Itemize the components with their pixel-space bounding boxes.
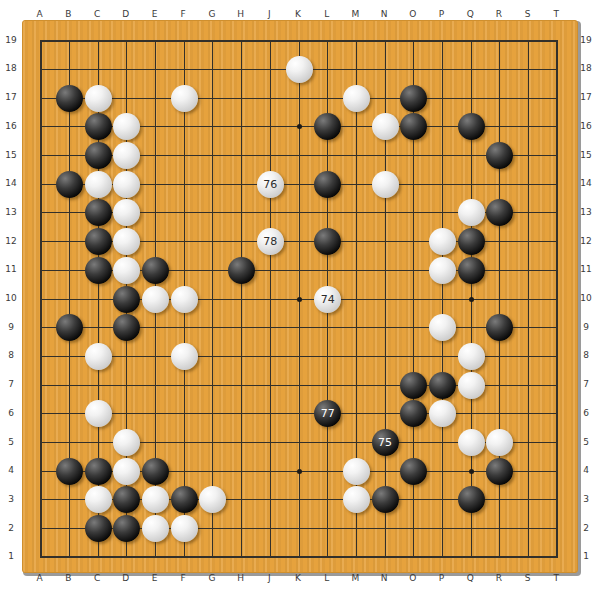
white-stone-M4 — [343, 458, 370, 485]
white-stone-D11 — [113, 257, 140, 284]
coord-label-top-T: T — [545, 8, 567, 20]
black-stone-C4 — [85, 458, 112, 485]
black-stone-Q11 — [458, 257, 485, 284]
black-stone-P7 — [429, 372, 456, 399]
coord-label-left-13: 13 — [0, 206, 22, 218]
black-stone-C15 — [85, 142, 112, 169]
coord-label-left-4: 4 — [0, 464, 22, 476]
coord-label-left-3: 3 — [0, 493, 22, 505]
white-stone-L10-move-74: 74 — [314, 286, 341, 313]
black-stone-B17 — [56, 85, 83, 112]
white-stone-C3 — [85, 486, 112, 513]
coord-label-left-5: 5 — [0, 436, 22, 448]
white-stone-P9 — [429, 314, 456, 341]
coord-label-left-15: 15 — [0, 149, 22, 161]
coord-label-top-E: E — [144, 8, 166, 20]
black-stone-L14 — [314, 171, 341, 198]
black-stone-C11 — [85, 257, 112, 284]
white-stone-D14 — [113, 171, 140, 198]
black-stone-C13 — [85, 199, 112, 226]
coord-label-bottom-L: L — [316, 572, 338, 584]
white-stone-N14 — [372, 171, 399, 198]
coord-label-left-6: 6 — [0, 407, 22, 419]
black-stone-O17 — [400, 85, 427, 112]
coord-label-top-H: H — [230, 8, 252, 20]
star-point-K10 — [297, 297, 302, 302]
coord-label-bottom-Q: Q — [459, 572, 481, 584]
white-stone-P11 — [429, 257, 456, 284]
coord-label-left-18: 18 — [0, 62, 22, 74]
coord-label-right-15: 15 — [575, 149, 597, 161]
coord-label-top-G: G — [201, 8, 223, 20]
coord-label-right-12: 12 — [575, 235, 597, 247]
coord-label-right-10: 10 — [575, 292, 597, 304]
coord-label-left-14: 14 — [0, 177, 22, 189]
white-stone-F17 — [171, 85, 198, 112]
white-stone-C6 — [85, 400, 112, 427]
black-stone-N5-move-75: 75 — [372, 429, 399, 456]
black-stone-E11 — [142, 257, 169, 284]
coord-label-top-O: O — [402, 8, 424, 20]
black-stone-O4 — [400, 458, 427, 485]
coord-label-left-11: 11 — [0, 263, 22, 275]
coord-label-right-4: 4 — [575, 464, 597, 476]
coord-label-right-8: 8 — [575, 349, 597, 361]
star-point-Q10 — [469, 297, 474, 302]
coord-label-left-1: 1 — [0, 550, 22, 562]
coord-label-left-8: 8 — [0, 349, 22, 361]
black-stone-B4 — [56, 458, 83, 485]
go-diagram-screenshot: { "game": "go", "title": "Go game diagra… — [0, 0, 600, 600]
white-stone-E2 — [142, 515, 169, 542]
black-stone-O7 — [400, 372, 427, 399]
coord-label-top-A: A — [29, 8, 51, 20]
coord-label-bottom-G: G — [201, 572, 223, 584]
white-stone-F2 — [171, 515, 198, 542]
coord-label-left-12: 12 — [0, 235, 22, 247]
coord-label-bottom-J: J — [258, 572, 280, 584]
white-stone-Q13 — [458, 199, 485, 226]
white-stone-J12-move-78: 78 — [257, 228, 284, 255]
coord-label-top-Q: Q — [459, 8, 481, 20]
coord-label-right-2: 2 — [575, 522, 597, 534]
black-stone-Q16 — [458, 113, 485, 140]
coord-label-top-P: P — [431, 8, 453, 20]
white-stone-F10 — [171, 286, 198, 313]
coord-label-bottom-R: R — [488, 572, 510, 584]
white-stone-N16 — [372, 113, 399, 140]
coord-label-bottom-F: F — [172, 572, 194, 584]
coord-label-left-16: 16 — [0, 120, 22, 132]
black-stone-C12 — [85, 228, 112, 255]
coord-label-right-14: 14 — [575, 177, 597, 189]
coord-label-bottom-S: S — [517, 572, 539, 584]
coord-label-bottom-C: C — [86, 572, 108, 584]
coord-label-right-6: 6 — [575, 407, 597, 419]
coord-label-bottom-O: O — [402, 572, 424, 584]
white-stone-P12 — [429, 228, 456, 255]
white-stone-Q7 — [458, 372, 485, 399]
white-stone-M17 — [343, 85, 370, 112]
coord-label-top-R: R — [488, 8, 510, 20]
coord-label-top-N: N — [373, 8, 395, 20]
star-point-K16 — [297, 124, 302, 129]
star-point-K4 — [297, 469, 302, 474]
coord-label-bottom-D: D — [115, 572, 137, 584]
white-stone-Q8 — [458, 343, 485, 370]
white-stone-D4 — [113, 458, 140, 485]
coord-label-top-C: C — [86, 8, 108, 20]
star-point-Q4 — [469, 469, 474, 474]
black-stone-C16 — [85, 113, 112, 140]
coord-label-left-10: 10 — [0, 292, 22, 304]
black-stone-N3 — [372, 486, 399, 513]
black-stone-R4 — [486, 458, 513, 485]
coord-label-bottom-K: K — [287, 572, 309, 584]
white-stone-C17 — [85, 85, 112, 112]
black-stone-Q12 — [458, 228, 485, 255]
coord-label-top-M: M — [344, 8, 366, 20]
coord-label-right-1: 1 — [575, 550, 597, 562]
white-stone-E10 — [142, 286, 169, 313]
coord-label-right-5: 5 — [575, 436, 597, 448]
coord-label-top-S: S — [517, 8, 539, 20]
coord-label-left-19: 19 — [0, 34, 22, 46]
coord-label-top-L: L — [316, 8, 338, 20]
coord-label-left-17: 17 — [0, 91, 22, 103]
black-stone-B14 — [56, 171, 83, 198]
black-stone-E4 — [142, 458, 169, 485]
coord-label-bottom-A: A — [29, 572, 51, 584]
coord-label-bottom-E: E — [144, 572, 166, 584]
coord-label-top-J: J — [258, 8, 280, 20]
coord-label-left-7: 7 — [0, 378, 22, 390]
coord-label-right-7: 7 — [575, 378, 597, 390]
coord-label-top-K: K — [287, 8, 309, 20]
coord-label-bottom-T: T — [545, 572, 567, 584]
black-stone-Q3 — [458, 486, 485, 513]
coord-label-left-9: 9 — [0, 321, 22, 333]
coord-label-right-17: 17 — [575, 91, 597, 103]
white-stone-Q5 — [458, 429, 485, 456]
coord-label-top-B: B — [57, 8, 79, 20]
coord-label-bottom-H: H — [230, 572, 252, 584]
white-stone-J14-move-76: 76 — [257, 171, 284, 198]
coord-label-right-18: 18 — [575, 62, 597, 74]
coord-label-right-13: 13 — [575, 206, 597, 218]
black-stone-H11 — [228, 257, 255, 284]
coord-label-top-F: F — [172, 8, 194, 20]
go-board[interactable]: 7775767874 — [22, 20, 578, 573]
coord-label-left-2: 2 — [0, 522, 22, 534]
coord-label-bottom-B: B — [57, 572, 79, 584]
white-stone-C14 — [85, 171, 112, 198]
grid-line-vertical-S — [528, 41, 529, 558]
black-stone-D10 — [113, 286, 140, 313]
coord-label-right-16: 16 — [575, 120, 597, 132]
white-stone-C8 — [85, 343, 112, 370]
coord-label-bottom-M: M — [344, 572, 366, 584]
coord-label-right-11: 11 — [575, 263, 597, 275]
grid-line-horizontal-6 — [41, 413, 558, 414]
black-stone-B9 — [56, 314, 83, 341]
white-stone-K18 — [286, 56, 313, 83]
coord-label-right-3: 3 — [575, 493, 597, 505]
coord-label-right-9: 9 — [575, 321, 597, 333]
coord-label-bottom-P: P — [431, 572, 453, 584]
grid-line-vertical-P — [442, 41, 443, 558]
black-stone-F3 — [171, 486, 198, 513]
coord-label-top-D: D — [115, 8, 137, 20]
coord-label-right-19: 19 — [575, 34, 597, 46]
coord-label-bottom-N: N — [373, 572, 395, 584]
black-stone-C2 — [85, 515, 112, 542]
white-stone-F8 — [171, 343, 198, 370]
